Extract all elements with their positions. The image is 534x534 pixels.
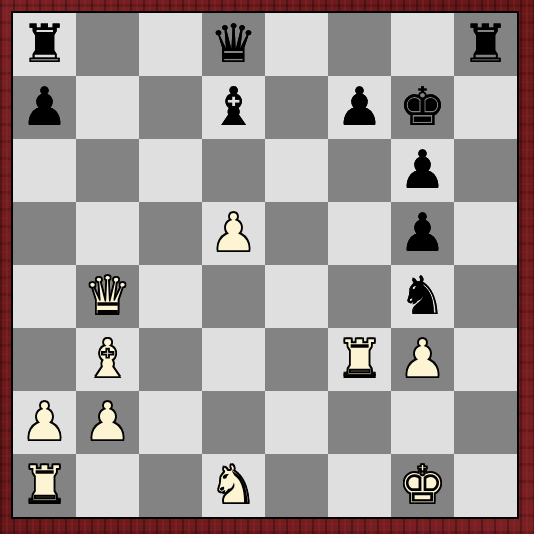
square-h7[interactable] (454, 76, 517, 139)
square-d5[interactable]: ♟ (202, 202, 265, 265)
square-d2[interactable] (202, 391, 265, 454)
square-f1[interactable] (328, 454, 391, 517)
square-g4[interactable]: ♞ (391, 265, 454, 328)
square-g5[interactable]: ♟ (391, 202, 454, 265)
square-b2[interactable]: ♟ (76, 391, 139, 454)
piece-black-rook[interactable]: ♜ (21, 17, 69, 70)
square-g7[interactable]: ♚ (391, 76, 454, 139)
square-e3[interactable] (265, 328, 328, 391)
square-b1[interactable] (76, 454, 139, 517)
piece-black-bishop[interactable]: ♝ (210, 80, 258, 133)
square-f5[interactable] (328, 202, 391, 265)
square-a3[interactable] (13, 328, 76, 391)
square-h2[interactable] (454, 391, 517, 454)
piece-black-king[interactable]: ♚ (399, 80, 447, 133)
piece-white-queen[interactable]: ♛ (84, 269, 132, 322)
square-e4[interactable] (265, 265, 328, 328)
square-c3[interactable] (139, 328, 202, 391)
square-a2[interactable]: ♟ (13, 391, 76, 454)
square-f6[interactable] (328, 139, 391, 202)
piece-white-rook[interactable]: ♜ (21, 458, 69, 511)
square-d3[interactable] (202, 328, 265, 391)
square-b8[interactable] (76, 13, 139, 76)
square-a8[interactable]: ♜ (13, 13, 76, 76)
square-f3[interactable]: ♜ (328, 328, 391, 391)
square-f4[interactable] (328, 265, 391, 328)
square-h4[interactable] (454, 265, 517, 328)
square-g2[interactable] (391, 391, 454, 454)
square-a6[interactable] (13, 139, 76, 202)
square-d6[interactable] (202, 139, 265, 202)
piece-white-pawn[interactable]: ♟ (21, 395, 69, 448)
square-g1[interactable]: ♚ (391, 454, 454, 517)
square-g8[interactable] (391, 13, 454, 76)
square-e6[interactable] (265, 139, 328, 202)
square-a1[interactable]: ♜ (13, 454, 76, 517)
square-f7[interactable]: ♟ (328, 76, 391, 139)
piece-white-knight[interactable]: ♞ (210, 458, 258, 511)
square-d7[interactable]: ♝ (202, 76, 265, 139)
square-b5[interactable] (76, 202, 139, 265)
square-c7[interactable] (139, 76, 202, 139)
square-a7[interactable]: ♟ (13, 76, 76, 139)
square-c1[interactable] (139, 454, 202, 517)
square-e5[interactable] (265, 202, 328, 265)
piece-white-bishop[interactable]: ♝ (84, 332, 132, 385)
piece-black-pawn[interactable]: ♟ (336, 80, 384, 133)
square-b6[interactable] (76, 139, 139, 202)
square-f2[interactable] (328, 391, 391, 454)
piece-white-pawn[interactable]: ♟ (210, 206, 258, 259)
square-c8[interactable] (139, 13, 202, 76)
square-b7[interactable] (76, 76, 139, 139)
piece-black-rook[interactable]: ♜ (462, 17, 510, 70)
piece-white-king[interactable]: ♚ (399, 458, 447, 511)
piece-black-pawn[interactable]: ♟ (21, 80, 69, 133)
square-h6[interactable] (454, 139, 517, 202)
square-h3[interactable] (454, 328, 517, 391)
piece-white-pawn[interactable]: ♟ (84, 395, 132, 448)
chess-board: ♜♛♜♟♝♟♚♟♟♟♛♞♝♜♟♟♟♜♞♚ (11, 11, 519, 519)
square-e2[interactable] (265, 391, 328, 454)
square-c4[interactable] (139, 265, 202, 328)
piece-black-queen[interactable]: ♛ (210, 17, 258, 70)
square-f8[interactable] (328, 13, 391, 76)
piece-black-knight[interactable]: ♞ (399, 269, 447, 322)
piece-black-pawn[interactable]: ♟ (399, 206, 447, 259)
board-frame: ♜♛♜♟♝♟♚♟♟♟♛♞♝♜♟♟♟♜♞♚ (0, 0, 534, 534)
square-a5[interactable] (13, 202, 76, 265)
square-a4[interactable] (13, 265, 76, 328)
square-b4[interactable]: ♛ (76, 265, 139, 328)
square-d1[interactable]: ♞ (202, 454, 265, 517)
square-e8[interactable] (265, 13, 328, 76)
square-g3[interactable]: ♟ (391, 328, 454, 391)
piece-black-pawn[interactable]: ♟ (399, 143, 447, 196)
square-c6[interactable] (139, 139, 202, 202)
square-e1[interactable] (265, 454, 328, 517)
square-g6[interactable]: ♟ (391, 139, 454, 202)
square-c5[interactable] (139, 202, 202, 265)
square-e7[interactable] (265, 76, 328, 139)
square-h8[interactable]: ♜ (454, 13, 517, 76)
square-c2[interactable] (139, 391, 202, 454)
piece-white-pawn[interactable]: ♟ (399, 332, 447, 385)
piece-white-rook[interactable]: ♜ (336, 332, 384, 385)
square-d8[interactable]: ♛ (202, 13, 265, 76)
square-h1[interactable] (454, 454, 517, 517)
square-b3[interactable]: ♝ (76, 328, 139, 391)
square-d4[interactable] (202, 265, 265, 328)
square-h5[interactable] (454, 202, 517, 265)
